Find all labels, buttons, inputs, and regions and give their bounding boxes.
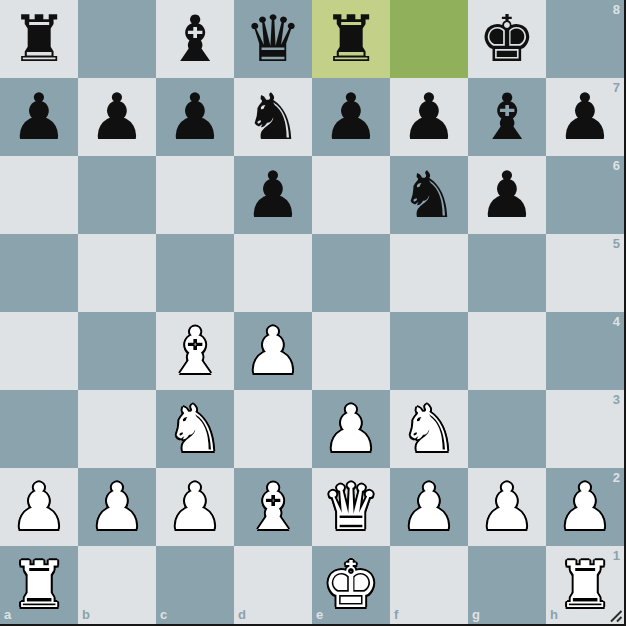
square-e1[interactable]: ♚e — [312, 546, 390, 624]
square-h7[interactable]: ♟7 — [546, 78, 624, 156]
square-b8[interactable] — [78, 0, 156, 78]
square-h6[interactable]: 6 — [546, 156, 624, 234]
file-label-b: b — [82, 607, 90, 622]
rank-label-5: 5 — [613, 236, 620, 251]
square-c3[interactable]: ♞ — [156, 390, 234, 468]
square-h4[interactable]: 4 — [546, 312, 624, 390]
piece-black-knight[interactable]: ♞ — [400, 156, 457, 234]
square-b2[interactable]: ♟ — [78, 468, 156, 546]
piece-black-pawn[interactable]: ♟ — [400, 78, 457, 156]
square-g5[interactable] — [468, 234, 546, 312]
piece-white-bishop[interactable]: ♝ — [244, 468, 301, 546]
square-g4[interactable] — [468, 312, 546, 390]
square-d2[interactable]: ♝ — [234, 468, 312, 546]
square-b1[interactable]: b — [78, 546, 156, 624]
square-e2[interactable]: ♛ — [312, 468, 390, 546]
piece-black-queen[interactable]: ♛ — [244, 0, 301, 78]
piece-black-pawn[interactable]: ♟ — [10, 78, 67, 156]
piece-white-pawn[interactable]: ♟ — [88, 468, 145, 546]
square-h2[interactable]: ♟2 — [546, 468, 624, 546]
piece-black-king[interactable]: ♚ — [478, 0, 535, 78]
file-label-c: c — [160, 607, 167, 622]
rank-label-7: 7 — [613, 80, 620, 95]
square-f7[interactable]: ♟ — [390, 78, 468, 156]
piece-black-pawn[interactable]: ♟ — [88, 78, 145, 156]
resize-handle-icon[interactable] — [608, 608, 623, 623]
square-g6[interactable]: ♟ — [468, 156, 546, 234]
square-c7[interactable]: ♟ — [156, 78, 234, 156]
piece-white-rook[interactable]: ♜ — [10, 546, 67, 624]
square-a1[interactable]: ♜a — [0, 546, 78, 624]
square-c5[interactable] — [156, 234, 234, 312]
square-a8[interactable]: ♜ — [0, 0, 78, 78]
piece-black-rook[interactable]: ♜ — [322, 0, 379, 78]
piece-white-pawn[interactable]: ♟ — [10, 468, 67, 546]
square-g8[interactable]: ♚ — [468, 0, 546, 78]
piece-white-queen[interactable]: ♛ — [322, 468, 379, 546]
square-g2[interactable]: ♟ — [468, 468, 546, 546]
piece-white-pawn[interactable]: ♟ — [166, 468, 223, 546]
square-c6[interactable] — [156, 156, 234, 234]
piece-white-pawn[interactable]: ♟ — [478, 468, 535, 546]
square-b3[interactable] — [78, 390, 156, 468]
square-a3[interactable] — [0, 390, 78, 468]
square-d5[interactable] — [234, 234, 312, 312]
piece-white-pawn[interactable]: ♟ — [244, 312, 301, 390]
piece-white-knight[interactable]: ♞ — [166, 390, 223, 468]
rank-label-4: 4 — [613, 314, 620, 329]
square-f1[interactable]: f — [390, 546, 468, 624]
square-d1[interactable]: d — [234, 546, 312, 624]
square-f4[interactable] — [390, 312, 468, 390]
piece-white-pawn[interactable]: ♟ — [556, 468, 613, 546]
square-f8[interactable] — [390, 0, 468, 78]
square-d7[interactable]: ♞ — [234, 78, 312, 156]
square-h8[interactable]: 8 — [546, 0, 624, 78]
square-e3[interactable]: ♟ — [312, 390, 390, 468]
square-d4[interactable]: ♟ — [234, 312, 312, 390]
square-a6[interactable] — [0, 156, 78, 234]
piece-black-pawn[interactable]: ♟ — [478, 156, 535, 234]
file-label-g: g — [472, 607, 480, 622]
rank-label-1: 1 — [613, 548, 620, 563]
square-a4[interactable] — [0, 312, 78, 390]
piece-black-knight[interactable]: ♞ — [244, 78, 301, 156]
square-b6[interactable] — [78, 156, 156, 234]
rank-label-3: 3 — [613, 392, 620, 407]
square-f6[interactable]: ♞ — [390, 156, 468, 234]
square-h5[interactable]: 5 — [546, 234, 624, 312]
piece-black-pawn[interactable]: ♟ — [556, 78, 613, 156]
square-d6[interactable]: ♟ — [234, 156, 312, 234]
square-g1[interactable]: g — [468, 546, 546, 624]
square-d3[interactable] — [234, 390, 312, 468]
square-a5[interactable] — [0, 234, 78, 312]
rank-label-2: 2 — [613, 470, 620, 485]
rank-label-6: 6 — [613, 158, 620, 173]
square-a7[interactable]: ♟ — [0, 78, 78, 156]
file-label-d: d — [238, 607, 246, 622]
square-f2[interactable]: ♟ — [390, 468, 468, 546]
square-f5[interactable] — [390, 234, 468, 312]
square-d8[interactable]: ♛ — [234, 0, 312, 78]
square-c1[interactable]: c — [156, 546, 234, 624]
chess-board: ♜♝♛♜♚8♟♟♟♞♟♟♝♟7♟♞♟65♝♟4♞♟♞3♟♟♟♝♛♟♟♟2♜abc… — [0, 0, 626, 626]
rank-label-8: 8 — [613, 2, 620, 17]
piece-white-pawn[interactable]: ♟ — [322, 390, 379, 468]
square-e4[interactable] — [312, 312, 390, 390]
square-b7[interactable]: ♟ — [78, 78, 156, 156]
square-e8[interactable]: ♜ — [312, 0, 390, 78]
square-b5[interactable] — [78, 234, 156, 312]
square-f3[interactable]: ♞ — [390, 390, 468, 468]
square-c4[interactable]: ♝ — [156, 312, 234, 390]
square-a2[interactable]: ♟ — [0, 468, 78, 546]
piece-white-pawn[interactable]: ♟ — [400, 468, 457, 546]
square-b4[interactable] — [78, 312, 156, 390]
piece-black-pawn[interactable]: ♟ — [322, 78, 379, 156]
piece-black-pawn[interactable]: ♟ — [244, 156, 301, 234]
piece-black-bishop[interactable]: ♝ — [166, 0, 223, 78]
piece-black-rook[interactable]: ♜ — [10, 0, 67, 78]
square-g7[interactable]: ♝ — [468, 78, 546, 156]
square-e5[interactable] — [312, 234, 390, 312]
file-label-f: f — [394, 607, 398, 622]
piece-white-king[interactable]: ♚ — [322, 546, 379, 624]
square-e7[interactable]: ♟ — [312, 78, 390, 156]
square-c8[interactable]: ♝ — [156, 0, 234, 78]
square-c2[interactable]: ♟ — [156, 468, 234, 546]
square-h3[interactable]: 3 — [546, 390, 624, 468]
piece-white-rook[interactable]: ♜ — [556, 546, 613, 624]
square-g3[interactable] — [468, 390, 546, 468]
piece-white-knight[interactable]: ♞ — [400, 390, 457, 468]
piece-white-bishop[interactable]: ♝ — [166, 312, 223, 390]
piece-black-pawn[interactable]: ♟ — [166, 78, 223, 156]
piece-black-bishop[interactable]: ♝ — [478, 78, 535, 156]
square-e6[interactable] — [312, 156, 390, 234]
